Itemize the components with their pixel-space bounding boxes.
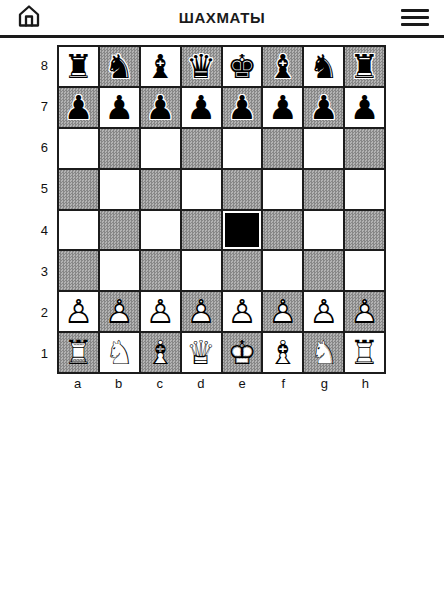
square-c1[interactable]: ♝♗: [141, 333, 180, 372]
rank-label-8: 8: [0, 45, 57, 86]
piece-white-rook: ♖: [59, 333, 98, 372]
square-h1[interactable]: ♜♖: [345, 333, 384, 372]
square-d6[interactable]: [182, 129, 221, 168]
chess-board: ♜♞♝♛♚♝♞♜♟♟♟♟♟♟♟♟♟♙♟♙♟♙♟♙♟♙♟♙♟♙♟♙♜♖♞♘♝♗♛♕…: [57, 45, 386, 374]
piece-black-bishop: ♝: [263, 47, 302, 86]
square-g4[interactable]: [304, 211, 343, 250]
rank-label-2: 2: [0, 292, 57, 333]
piece-white-pawn-fill: ♟: [141, 292, 180, 331]
square-h6[interactable]: [345, 129, 384, 168]
square-d4[interactable]: [182, 211, 221, 250]
file-label-e: e: [222, 374, 263, 392]
square-d1[interactable]: ♛♕: [182, 333, 221, 372]
square-f5[interactable]: [263, 170, 302, 209]
rank-label-7: 7: [0, 86, 57, 127]
board-area: 87654321 ♜♞♝♛♚♝♞♜♟♟♟♟♟♟♟♟♟♙♟♙♟♙♟♙♟♙♟♙♟♙♟…: [0, 45, 444, 392]
square-g1[interactable]: ♞♘: [304, 333, 343, 372]
file-labels: abcdefgh: [57, 374, 386, 392]
piece-white-knight: ♘: [304, 333, 343, 372]
square-d3[interactable]: [182, 251, 221, 290]
top-bar: ШАХМАТЫ: [0, 0, 444, 38]
square-f8[interactable]: ♝: [263, 47, 302, 86]
piece-white-bishop-fill: ♝: [141, 333, 180, 372]
file-label-g: g: [304, 374, 345, 392]
hamburger-menu-icon: [401, 9, 429, 26]
file-label-a: a: [57, 374, 98, 392]
piece-white-bishop: ♗: [263, 333, 302, 372]
piece-white-pawn: ♙: [141, 292, 180, 331]
page-title: ШАХМАТЫ: [179, 9, 266, 26]
rank-label-3: 3: [0, 251, 57, 292]
rank-label-4: 4: [0, 210, 57, 251]
piece-white-bishop: ♗: [141, 333, 180, 372]
piece-black-bishop: ♝: [141, 47, 180, 86]
piece-black-rook: ♜: [59, 47, 98, 86]
square-c2[interactable]: ♟♙: [141, 292, 180, 331]
piece-white-queen-fill: ♛: [182, 333, 221, 372]
square-f2[interactable]: ♟♙: [263, 292, 302, 331]
square-g5[interactable]: [304, 170, 343, 209]
square-g6[interactable]: [304, 129, 343, 168]
square-b2[interactable]: ♟♙: [100, 292, 139, 331]
square-e5[interactable]: [223, 170, 262, 209]
square-g3[interactable]: [304, 251, 343, 290]
home-icon: [16, 3, 42, 32]
square-h4[interactable]: [345, 211, 384, 250]
menu-button[interactable]: [398, 3, 432, 33]
square-d7[interactable]: ♟: [182, 88, 221, 127]
square-f7[interactable]: ♟: [263, 88, 302, 127]
piece-black-pawn: ♟: [345, 88, 384, 127]
piece-black-pawn: ♟: [182, 88, 221, 127]
square-a4[interactable]: [59, 211, 98, 250]
square-c4[interactable]: [141, 211, 180, 250]
square-e4[interactable]: [223, 211, 262, 250]
rank-label-6: 6: [0, 127, 57, 168]
piece-white-pawn: ♙: [59, 292, 98, 331]
square-f4[interactable]: [263, 211, 302, 250]
piece-black-pawn: ♟: [59, 88, 98, 127]
square-h3[interactable]: [345, 251, 384, 290]
piece-white-pawn-fill: ♟: [263, 292, 302, 331]
square-h7[interactable]: ♟: [345, 88, 384, 127]
piece-white-rook-fill: ♜: [345, 333, 384, 372]
square-b5[interactable]: [100, 170, 139, 209]
square-h8[interactable]: ♜: [345, 47, 384, 86]
piece-white-king-fill: ♚: [223, 333, 262, 372]
piece-white-bishop-fill: ♝: [263, 333, 302, 372]
piece-white-pawn-fill: ♟: [223, 292, 262, 331]
piece-white-knight-fill: ♞: [100, 333, 139, 372]
square-b7[interactable]: ♟: [100, 88, 139, 127]
square-f3[interactable]: [263, 251, 302, 290]
square-e7[interactable]: ♟: [223, 88, 262, 127]
file-label-f: f: [263, 374, 304, 392]
piece-white-rook: ♖: [345, 333, 384, 372]
file-label-c: c: [139, 374, 180, 392]
square-b4[interactable]: [100, 211, 139, 250]
piece-white-knight-fill: ♞: [304, 333, 343, 372]
piece-white-pawn-fill: ♟: [182, 292, 221, 331]
square-e1[interactable]: ♚♔: [223, 333, 262, 372]
piece-white-pawn-fill: ♟: [100, 292, 139, 331]
piece-white-pawn-fill: ♟: [59, 292, 98, 331]
square-e3[interactable]: [223, 251, 262, 290]
square-c3[interactable]: [141, 251, 180, 290]
piece-white-rook-fill: ♜: [59, 333, 98, 372]
square-c7[interactable]: ♟: [141, 88, 180, 127]
piece-white-pawn: ♙: [304, 292, 343, 331]
piece-black-pawn: ♟: [100, 88, 139, 127]
square-a2[interactable]: ♟♙: [59, 292, 98, 331]
piece-white-pawn: ♙: [223, 292, 262, 331]
piece-white-pawn: ♙: [182, 292, 221, 331]
square-c8[interactable]: ♝: [141, 47, 180, 86]
piece-white-pawn-fill: ♟: [304, 292, 343, 331]
piece-white-pawn-fill: ♟: [345, 292, 384, 331]
rank-label-1: 1: [0, 333, 57, 374]
square-h2[interactable]: ♟♙: [345, 292, 384, 331]
square-b1[interactable]: ♞♘: [100, 333, 139, 372]
square-d8[interactable]: ♛: [182, 47, 221, 86]
square-f6[interactable]: [263, 129, 302, 168]
piece-white-knight: ♘: [100, 333, 139, 372]
square-a8[interactable]: ♜: [59, 47, 98, 86]
square-g8[interactable]: ♞: [304, 47, 343, 86]
square-g2[interactable]: ♟♙: [304, 292, 343, 331]
square-b3[interactable]: [100, 251, 139, 290]
square-c6[interactable]: [141, 129, 180, 168]
home-button[interactable]: [12, 3, 46, 33]
piece-black-rook: ♜: [345, 47, 384, 86]
file-label-h: h: [345, 374, 386, 392]
piece-white-queen: ♕: [182, 333, 221, 372]
square-h5[interactable]: [345, 170, 384, 209]
piece-white-pawn: ♙: [263, 292, 302, 331]
cursor-highlight: [223, 211, 262, 250]
square-e2[interactable]: ♟♙: [223, 292, 262, 331]
rank-label-5: 5: [0, 168, 57, 209]
square-a7[interactable]: ♟: [59, 88, 98, 127]
piece-white-pawn: ♙: [345, 292, 384, 331]
square-a3[interactable]: [59, 251, 98, 290]
piece-black-pawn: ♟: [304, 88, 343, 127]
square-e8[interactable]: ♚: [223, 47, 262, 86]
square-f1[interactable]: ♝♗: [263, 333, 302, 372]
file-label-b: b: [98, 374, 139, 392]
square-b6[interactable]: [100, 129, 139, 168]
square-d5[interactable]: [182, 170, 221, 209]
piece-black-king: ♚: [223, 47, 262, 86]
piece-black-queen: ♛: [182, 47, 221, 86]
piece-black-knight: ♞: [304, 47, 343, 86]
square-a1[interactable]: ♜♖: [59, 333, 98, 372]
rank-labels: 87654321: [0, 45, 57, 374]
piece-black-pawn: ♟: [223, 88, 262, 127]
piece-black-pawn: ♟: [141, 88, 180, 127]
piece-white-pawn: ♙: [100, 292, 139, 331]
square-g7[interactable]: ♟: [304, 88, 343, 127]
square-d2[interactable]: ♟♙: [182, 292, 221, 331]
piece-black-knight: ♞: [100, 47, 139, 86]
square-b8[interactable]: ♞: [100, 47, 139, 86]
square-a5[interactable]: [59, 170, 98, 209]
square-a6[interactable]: [59, 129, 98, 168]
square-c5[interactable]: [141, 170, 180, 209]
file-label-d: d: [180, 374, 221, 392]
square-e6[interactable]: [223, 129, 262, 168]
piece-white-king: ♔: [223, 333, 262, 372]
piece-black-pawn: ♟: [263, 88, 302, 127]
